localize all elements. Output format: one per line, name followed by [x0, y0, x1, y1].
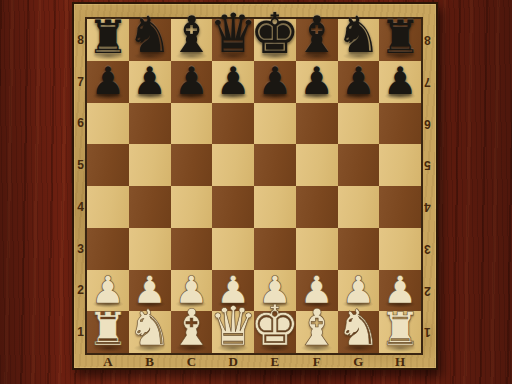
square-e5[interactable] — [254, 144, 296, 186]
square-c5[interactable] — [171, 144, 213, 186]
piece-black-pawn[interactable]: ♟ — [383, 63, 417, 99]
rank-label-right-6: 6 — [419, 103, 436, 145]
square-d1[interactable]: ♛ — [212, 311, 254, 353]
piece-white-rook[interactable]: ♜ — [87, 308, 128, 352]
rank-label-right-1: 1 — [419, 311, 436, 353]
square-b8[interactable]: ♞ — [129, 19, 171, 61]
piece-white-knight[interactable]: ♞ — [336, 305, 381, 353]
square-c1[interactable]: ♝ — [171, 311, 213, 353]
piece-black-pawn[interactable]: ♟ — [133, 63, 167, 99]
square-c3[interactable] — [171, 228, 213, 270]
rank-label-left-4: 4 — [74, 186, 87, 228]
square-e1[interactable]: ♚ — [254, 311, 296, 353]
piece-white-bishop[interactable]: ♝ — [169, 305, 214, 353]
square-b6[interactable] — [129, 103, 171, 145]
square-g4[interactable] — [338, 186, 380, 228]
piece-white-king[interactable]: ♚ — [250, 299, 300, 352]
square-d5[interactable] — [212, 144, 254, 186]
piece-black-pawn[interactable]: ♟ — [174, 63, 208, 99]
square-f1[interactable]: ♝ — [296, 311, 338, 353]
piece-black-knight[interactable]: ♞ — [336, 12, 381, 60]
square-a1[interactable]: ♜ — [87, 311, 129, 353]
square-g8[interactable]: ♞ — [338, 19, 380, 61]
rank-label-left-2: 2 — [74, 270, 87, 312]
square-f4[interactable] — [296, 186, 338, 228]
piece-black-pawn[interactable]: ♟ — [300, 63, 334, 99]
square-d8[interactable]: ♛ — [212, 19, 254, 61]
square-a3[interactable] — [87, 228, 129, 270]
square-g3[interactable] — [338, 228, 380, 270]
square-h6[interactable] — [379, 103, 421, 145]
rank-label-left-1: 1 — [74, 311, 87, 353]
piece-black-rook[interactable]: ♜ — [87, 16, 128, 60]
square-d6[interactable] — [212, 103, 254, 145]
square-c8[interactable]: ♝ — [171, 19, 213, 61]
square-e4[interactable] — [254, 186, 296, 228]
rank-labels-right: 87654321 — [419, 19, 436, 353]
rank-label-right-4: 4 — [419, 186, 436, 228]
square-h1[interactable]: ♜ — [379, 311, 421, 353]
piece-black-pawn[interactable]: ♟ — [91, 63, 125, 99]
rank-label-right-5: 5 — [419, 144, 436, 186]
square-d4[interactable] — [212, 186, 254, 228]
square-c6[interactable] — [171, 103, 213, 145]
piece-black-king[interactable]: ♚ — [250, 7, 300, 60]
piece-white-rook[interactable]: ♜ — [380, 308, 421, 352]
square-b3[interactable] — [129, 228, 171, 270]
piece-black-pawn[interactable]: ♟ — [216, 63, 250, 99]
piece-black-pawn[interactable]: ♟ — [258, 63, 292, 99]
rank-label-left-8: 8 — [74, 19, 87, 61]
square-c7[interactable]: ♟ — [171, 61, 213, 103]
square-h8[interactable]: ♜ — [379, 19, 421, 61]
square-f8[interactable]: ♝ — [296, 19, 338, 61]
square-g1[interactable]: ♞ — [338, 311, 380, 353]
square-a7[interactable]: ♟ — [87, 61, 129, 103]
rank-label-left-3: 3 — [74, 228, 87, 270]
piece-black-knight[interactable]: ♞ — [127, 12, 172, 60]
square-f5[interactable] — [296, 144, 338, 186]
chess-board: 87654321 87654321 ♜♞♝♛♚♝♞♜♟♟♟♟♟♟♟♟♟♟♟♟♟♟… — [72, 2, 438, 370]
square-g5[interactable] — [338, 144, 380, 186]
square-b1[interactable]: ♞ — [129, 311, 171, 353]
rank-label-right-3: 3 — [419, 228, 436, 270]
square-a6[interactable] — [87, 103, 129, 145]
square-h3[interactable] — [379, 228, 421, 270]
square-c4[interactable] — [171, 186, 213, 228]
board-grid: ♜♞♝♛♚♝♞♜♟♟♟♟♟♟♟♟♟♟♟♟♟♟♟♟♜♞♝♛♚♝♞♜ — [87, 19, 421, 353]
square-g6[interactable] — [338, 103, 380, 145]
square-b5[interactable] — [129, 144, 171, 186]
square-h7[interactable]: ♟ — [379, 61, 421, 103]
square-f3[interactable] — [296, 228, 338, 270]
square-e8[interactable]: ♚ — [254, 19, 296, 61]
rank-label-left-5: 5 — [74, 144, 87, 186]
square-b4[interactable] — [129, 186, 171, 228]
square-h4[interactable] — [379, 186, 421, 228]
square-e7[interactable]: ♟ — [254, 61, 296, 103]
square-d3[interactable] — [212, 228, 254, 270]
square-a8[interactable]: ♜ — [87, 19, 129, 61]
square-e3[interactable] — [254, 228, 296, 270]
square-d7[interactable]: ♟ — [212, 61, 254, 103]
square-a5[interactable] — [87, 144, 129, 186]
rank-label-right-8: 8 — [419, 19, 436, 61]
piece-white-knight[interactable]: ♞ — [127, 305, 172, 353]
piece-black-bishop[interactable]: ♝ — [294, 12, 339, 60]
piece-black-rook[interactable]: ♜ — [380, 16, 421, 60]
square-e6[interactable] — [254, 103, 296, 145]
square-b7[interactable]: ♟ — [129, 61, 171, 103]
square-f6[interactable] — [296, 103, 338, 145]
rank-labels-left: 87654321 — [74, 19, 87, 353]
piece-black-pawn[interactable]: ♟ — [341, 63, 375, 99]
square-a4[interactable] — [87, 186, 129, 228]
piece-white-bishop[interactable]: ♝ — [294, 305, 339, 353]
rank-label-left-6: 6 — [74, 103, 87, 145]
square-g7[interactable]: ♟ — [338, 61, 380, 103]
square-f7[interactable]: ♟ — [296, 61, 338, 103]
rank-label-right-7: 7 — [419, 61, 436, 103]
rank-label-left-7: 7 — [74, 61, 87, 103]
piece-black-bishop[interactable]: ♝ — [169, 12, 214, 60]
rank-label-right-2: 2 — [419, 270, 436, 312]
square-h5[interactable] — [379, 144, 421, 186]
